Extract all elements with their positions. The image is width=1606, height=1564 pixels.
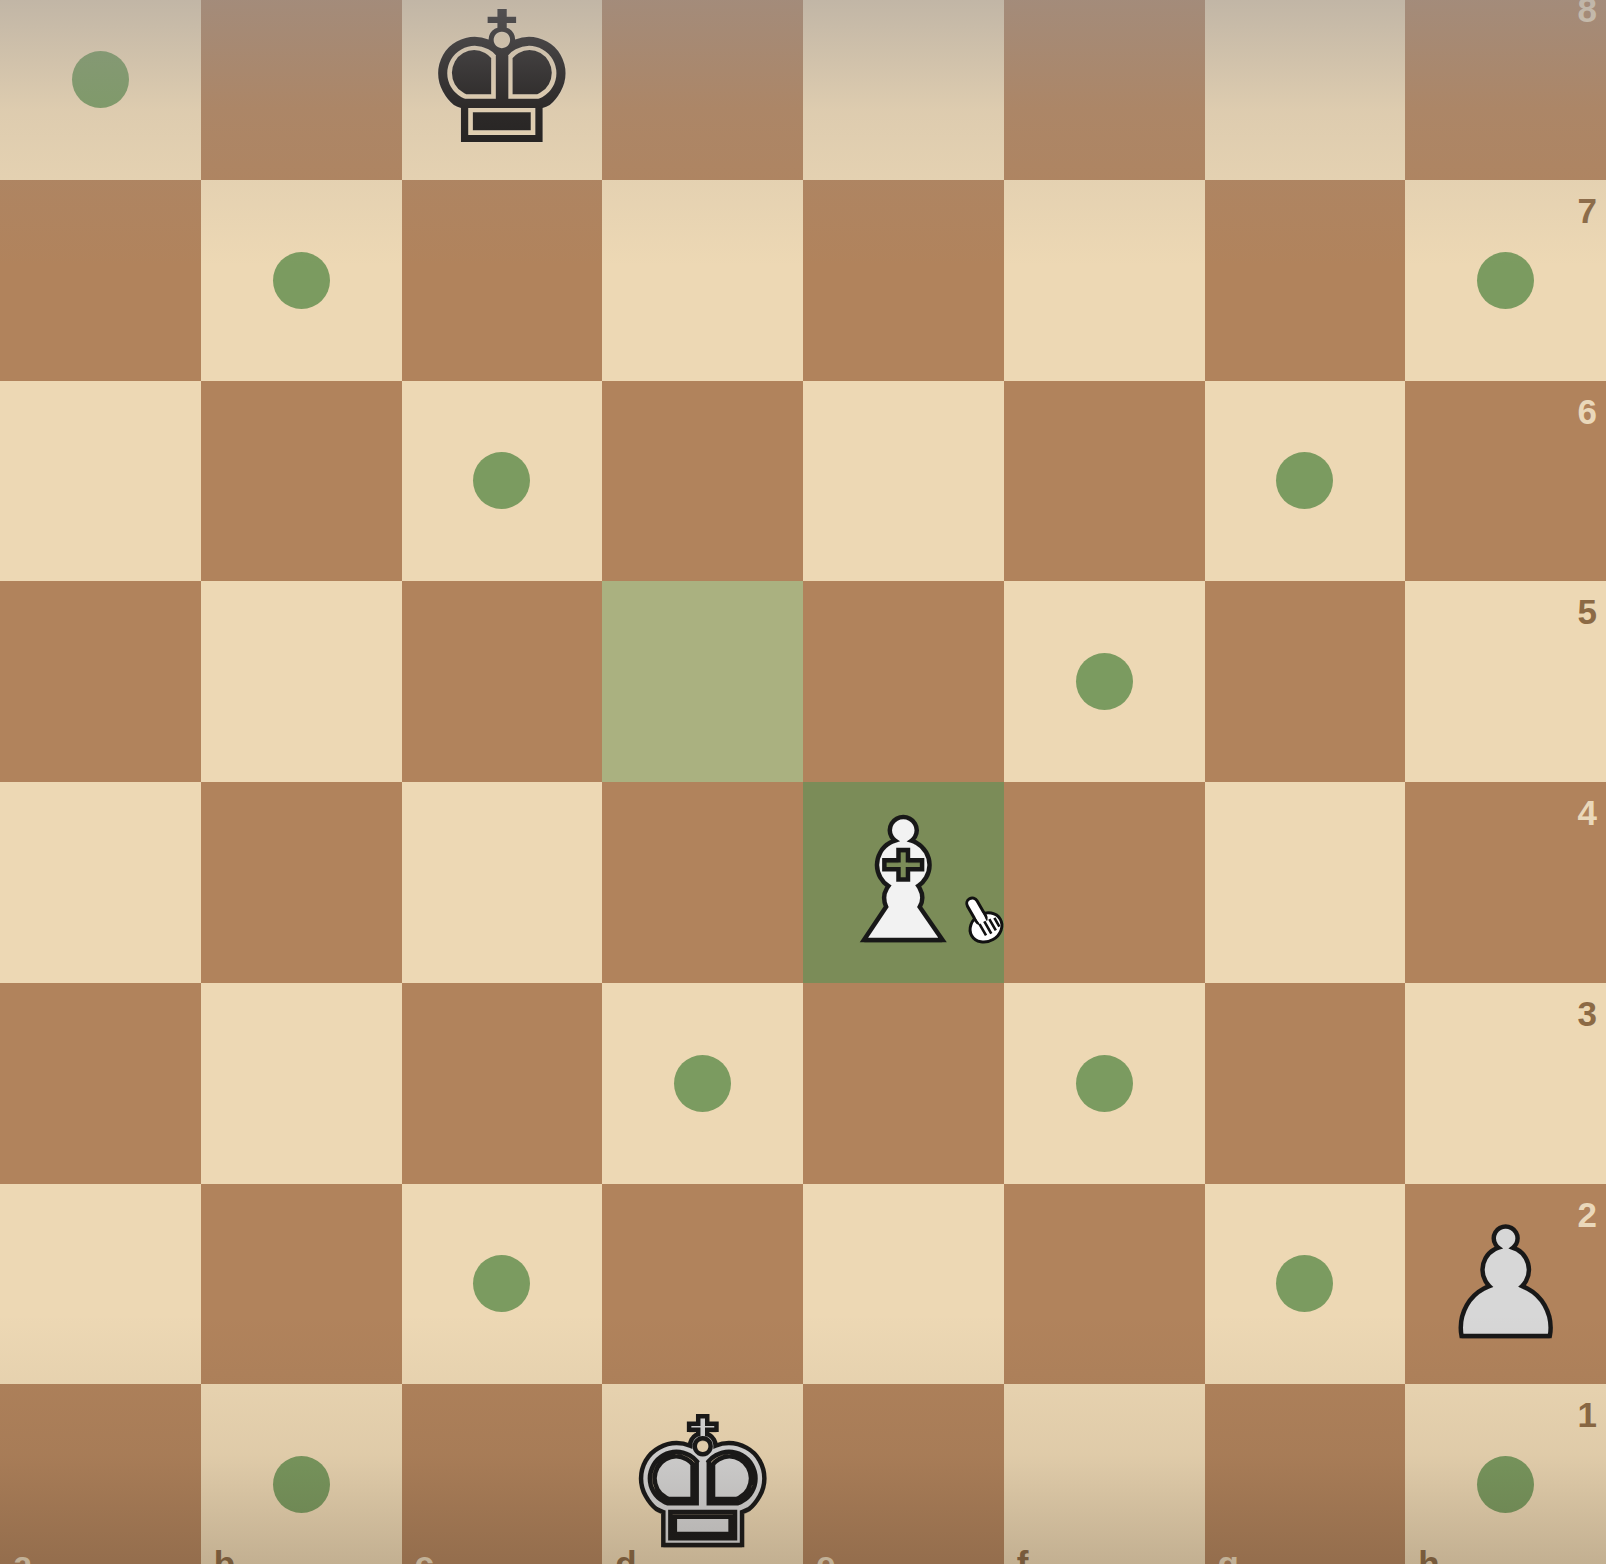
square-g3[interactable]	[1205, 983, 1406, 1184]
file-label-f: f	[1017, 1544, 1029, 1564]
file-label-b: b	[214, 1544, 235, 1564]
square-h6[interactable]: 6	[1405, 381, 1606, 582]
square-a8[interactable]	[0, 0, 201, 180]
square-b1[interactable]: b	[201, 1384, 402, 1564]
square-b4[interactable]	[201, 782, 402, 983]
square-d7[interactable]	[602, 180, 803, 381]
square-a3[interactable]	[0, 983, 201, 1184]
square-f1[interactable]: f	[1004, 1384, 1205, 1564]
square-h8[interactable]: 8	[1405, 0, 1606, 180]
square-e3[interactable]	[803, 983, 1004, 1184]
square-c1[interactable]: c	[402, 1384, 603, 1564]
square-a5[interactable]	[0, 581, 201, 782]
square-a4[interactable]	[0, 782, 201, 983]
square-d8[interactable]	[602, 0, 803, 180]
rank-label-4: 4	[1578, 793, 1597, 833]
square-c7[interactable]	[402, 180, 603, 381]
square-h2[interactable]: ♟2	[1405, 1184, 1606, 1385]
square-e7[interactable]	[803, 180, 1004, 381]
square-a7[interactable]	[0, 180, 201, 381]
square-g5[interactable]	[1205, 581, 1406, 782]
square-g7[interactable]	[1205, 180, 1406, 381]
square-c5[interactable]	[402, 581, 603, 782]
legal-move-dot-a8[interactable]	[72, 51, 129, 108]
square-c6[interactable]	[402, 381, 603, 582]
square-g2[interactable]	[1205, 1184, 1406, 1385]
rank-label-1: 1	[1578, 1395, 1597, 1435]
square-f7[interactable]	[1004, 180, 1205, 381]
chess-app-viewport: ♚8765♝43♟2abc♚defg1h	[0, 0, 1606, 1564]
square-f8[interactable]	[1004, 0, 1205, 180]
square-d5[interactable]	[602, 581, 803, 782]
square-g6[interactable]	[1205, 381, 1406, 582]
rank-label-5: 5	[1578, 592, 1597, 632]
square-g4[interactable]	[1205, 782, 1406, 983]
file-label-e: e	[816, 1544, 835, 1564]
square-c4[interactable]	[402, 782, 603, 983]
rank-label-8: 8	[1578, 0, 1597, 30]
rank-label-7: 7	[1578, 191, 1597, 231]
legal-move-dot-h7[interactable]	[1477, 252, 1534, 309]
square-e1[interactable]: e	[803, 1384, 1004, 1564]
square-d6[interactable]	[602, 381, 803, 582]
square-h1[interactable]: 1h	[1405, 1384, 1606, 1564]
legal-move-dot-d3[interactable]	[674, 1055, 731, 1112]
square-a2[interactable]	[0, 1184, 201, 1385]
white-king[interactable]: ♚	[602, 1384, 803, 1564]
square-e6[interactable]	[803, 381, 1004, 582]
square-c2[interactable]	[402, 1184, 603, 1385]
square-f2[interactable]	[1004, 1184, 1205, 1385]
square-c8[interactable]: ♚	[402, 0, 603, 180]
square-f5[interactable]	[1004, 581, 1205, 782]
legal-move-dot-g6[interactable]	[1276, 452, 1333, 509]
square-e5[interactable]	[803, 581, 1004, 782]
legal-move-dot-c6[interactable]	[473, 452, 530, 509]
square-d1[interactable]: ♚d	[602, 1384, 803, 1564]
legal-move-dot-b1[interactable]	[273, 1456, 330, 1513]
legal-move-dot-h1[interactable]	[1477, 1456, 1534, 1513]
square-e8[interactable]	[803, 0, 1004, 180]
square-a6[interactable]	[0, 381, 201, 582]
square-d3[interactable]	[602, 983, 803, 1184]
square-h3[interactable]: 3	[1405, 983, 1606, 1184]
rank-label-2: 2	[1578, 1195, 1597, 1235]
square-b8[interactable]	[201, 0, 402, 180]
file-label-c: c	[415, 1544, 434, 1564]
square-g1[interactable]: g	[1205, 1384, 1406, 1564]
legal-move-dot-b7[interactable]	[273, 252, 330, 309]
legal-move-dot-f3[interactable]	[1076, 1055, 1133, 1112]
square-f6[interactable]	[1004, 381, 1205, 582]
rank-label-3: 3	[1578, 994, 1597, 1034]
square-b5[interactable]	[201, 581, 402, 782]
chess-board[interactable]: ♚8765♝43♟2abc♚defg1h	[0, 0, 1606, 1564]
square-f4[interactable]	[1004, 782, 1205, 983]
square-e2[interactable]	[803, 1184, 1004, 1385]
square-b6[interactable]	[201, 381, 402, 582]
square-b7[interactable]	[201, 180, 402, 381]
square-a1[interactable]: a	[0, 1384, 201, 1564]
square-g8[interactable]	[1205, 0, 1406, 180]
square-b3[interactable]	[201, 983, 402, 1184]
file-label-h: h	[1418, 1544, 1439, 1564]
square-h7[interactable]: 7	[1405, 180, 1606, 381]
white-pawn[interactable]: ♟	[1405, 1184, 1606, 1385]
file-label-a: a	[13, 1544, 32, 1564]
square-c3[interactable]	[402, 983, 603, 1184]
square-d2[interactable]	[602, 1184, 803, 1385]
file-label-g: g	[1218, 1544, 1239, 1564]
file-label-d: d	[615, 1544, 636, 1564]
legal-move-dot-c2[interactable]	[473, 1255, 530, 1312]
rank-label-6: 6	[1578, 392, 1597, 432]
hand-grab-cursor	[952, 893, 1008, 953]
square-h4[interactable]: 4	[1405, 782, 1606, 983]
square-d4[interactable]	[602, 782, 803, 983]
square-h5[interactable]: 5	[1405, 581, 1606, 782]
black-king[interactable]: ♚	[402, 0, 603, 180]
legal-move-dot-f5[interactable]	[1076, 653, 1133, 710]
square-b2[interactable]	[201, 1184, 402, 1385]
square-f3[interactable]	[1004, 983, 1205, 1184]
legal-move-dot-g2[interactable]	[1276, 1255, 1333, 1312]
